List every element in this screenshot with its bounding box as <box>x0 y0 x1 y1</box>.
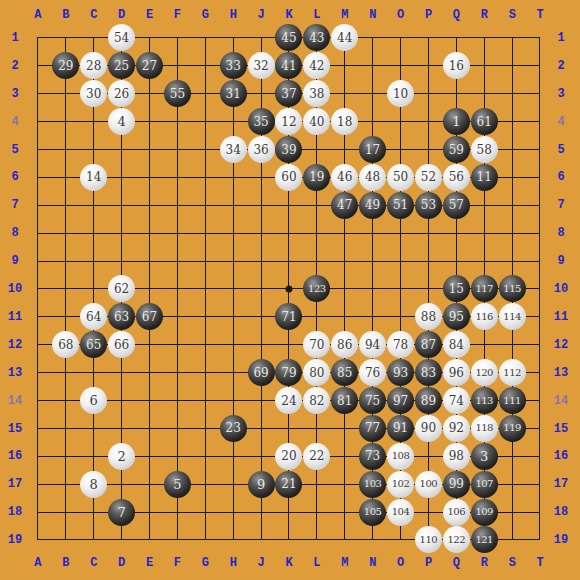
intersection-M6[interactable]: 46 <box>331 163 359 191</box>
intersection-R19[interactable]: 121 <box>470 526 498 554</box>
intersection-T5[interactable] <box>526 136 554 164</box>
intersection-E13[interactable] <box>136 359 164 387</box>
intersection-D9[interactable] <box>108 247 136 275</box>
intersection-M18[interactable] <box>331 498 359 526</box>
intersection-M4[interactable]: 18 <box>331 108 359 136</box>
intersection-P17[interactable]: 100 <box>414 470 442 498</box>
intersection-F3[interactable]: 55 <box>163 80 191 108</box>
intersection-J6[interactable] <box>247 163 275 191</box>
intersection-R15[interactable]: 118 <box>470 414 498 442</box>
intersection-R13[interactable]: 120 <box>470 359 498 387</box>
intersection-K6[interactable]: 60 <box>275 163 303 191</box>
intersection-L16[interactable]: 22 <box>303 442 331 470</box>
intersection-C12[interactable]: 65 <box>80 331 108 359</box>
intersection-S1[interactable] <box>498 24 526 52</box>
intersection-P9[interactable] <box>414 247 442 275</box>
intersection-O4[interactable] <box>387 108 415 136</box>
intersection-P13[interactable]: 83 <box>414 359 442 387</box>
intersection-P6[interactable]: 52 <box>414 163 442 191</box>
intersection-K12[interactable] <box>275 331 303 359</box>
intersection-M16[interactable] <box>331 442 359 470</box>
intersection-E5[interactable] <box>136 136 164 164</box>
intersection-B7[interactable] <box>52 191 80 219</box>
intersection-T2[interactable] <box>526 52 554 80</box>
intersection-C19[interactable] <box>80 526 108 554</box>
intersection-D19[interactable] <box>108 526 136 554</box>
intersection-S19[interactable] <box>498 526 526 554</box>
intersection-F9[interactable] <box>163 247 191 275</box>
intersection-K9[interactable] <box>275 247 303 275</box>
intersection-N2[interactable] <box>359 52 387 80</box>
intersection-K10[interactable] <box>275 275 303 303</box>
intersection-B5[interactable] <box>52 136 80 164</box>
intersection-C1[interactable] <box>80 24 108 52</box>
intersection-M13[interactable]: 85 <box>331 359 359 387</box>
intersection-T18[interactable] <box>526 498 554 526</box>
intersection-C17[interactable]: 8 <box>80 470 108 498</box>
intersection-S16[interactable] <box>498 442 526 470</box>
intersection-K7[interactable] <box>275 191 303 219</box>
intersection-Q12[interactable]: 84 <box>442 331 470 359</box>
intersection-J11[interactable] <box>247 303 275 331</box>
intersection-Q7[interactable]: 57 <box>442 191 470 219</box>
intersection-H10[interactable] <box>219 275 247 303</box>
intersection-N3[interactable] <box>359 80 387 108</box>
intersection-A11[interactable] <box>24 303 52 331</box>
intersection-L4[interactable]: 40 <box>303 108 331 136</box>
intersection-H8[interactable] <box>219 219 247 247</box>
intersection-B14[interactable] <box>52 387 80 415</box>
intersection-O13[interactable]: 93 <box>387 359 415 387</box>
intersection-G9[interactable] <box>191 247 219 275</box>
intersection-E12[interactable] <box>136 331 164 359</box>
intersection-Q14[interactable]: 74 <box>442 387 470 415</box>
intersection-H1[interactable] <box>219 24 247 52</box>
intersection-L9[interactable] <box>303 247 331 275</box>
intersection-H13[interactable] <box>219 359 247 387</box>
intersection-A10[interactable] <box>24 275 52 303</box>
intersection-S2[interactable] <box>498 52 526 80</box>
intersection-F17[interactable]: 5 <box>163 470 191 498</box>
intersection-S15[interactable]: 119 <box>498 414 526 442</box>
intersection-L2[interactable]: 42 <box>303 52 331 80</box>
intersection-J8[interactable] <box>247 219 275 247</box>
intersection-G3[interactable] <box>191 80 219 108</box>
intersection-G6[interactable] <box>191 163 219 191</box>
intersection-E6[interactable] <box>136 163 164 191</box>
intersection-T17[interactable] <box>526 470 554 498</box>
intersection-B8[interactable] <box>52 219 80 247</box>
intersection-J4[interactable]: 35 <box>247 108 275 136</box>
intersection-K15[interactable] <box>275 414 303 442</box>
intersection-Q19[interactable]: 122 <box>442 526 470 554</box>
intersection-Q2[interactable]: 16 <box>442 52 470 80</box>
intersection-P7[interactable]: 53 <box>414 191 442 219</box>
intersection-R2[interactable] <box>470 52 498 80</box>
intersection-L11[interactable] <box>303 303 331 331</box>
intersection-F15[interactable] <box>163 414 191 442</box>
intersection-Q17[interactable]: 99 <box>442 470 470 498</box>
intersection-P11[interactable]: 88 <box>414 303 442 331</box>
intersection-B15[interactable] <box>52 414 80 442</box>
intersection-H2[interactable]: 33 <box>219 52 247 80</box>
intersection-A19[interactable] <box>24 526 52 554</box>
intersection-R6[interactable]: 11 <box>470 163 498 191</box>
intersection-M9[interactable] <box>331 247 359 275</box>
intersection-E14[interactable] <box>136 387 164 415</box>
intersection-K4[interactable]: 12 <box>275 108 303 136</box>
intersection-C4[interactable] <box>80 108 108 136</box>
intersection-T4[interactable] <box>526 108 554 136</box>
intersection-H11[interactable] <box>219 303 247 331</box>
intersection-A5[interactable] <box>24 136 52 164</box>
intersection-O5[interactable] <box>387 136 415 164</box>
intersection-Q18[interactable]: 106 <box>442 498 470 526</box>
intersection-C16[interactable] <box>80 442 108 470</box>
intersection-L19[interactable] <box>303 526 331 554</box>
intersection-M15[interactable] <box>331 414 359 442</box>
intersection-P2[interactable] <box>414 52 442 80</box>
intersection-N12[interactable]: 94 <box>359 331 387 359</box>
intersection-R18[interactable]: 109 <box>470 498 498 526</box>
intersection-T15[interactable] <box>526 414 554 442</box>
intersection-F10[interactable] <box>163 275 191 303</box>
intersection-M5[interactable] <box>331 136 359 164</box>
intersection-K8[interactable] <box>275 219 303 247</box>
intersection-K2[interactable]: 41 <box>275 52 303 80</box>
intersection-G11[interactable] <box>191 303 219 331</box>
intersection-L15[interactable] <box>303 414 331 442</box>
intersection-R5[interactable]: 58 <box>470 136 498 164</box>
intersection-G10[interactable] <box>191 275 219 303</box>
intersection-K19[interactable] <box>275 526 303 554</box>
intersection-P4[interactable] <box>414 108 442 136</box>
intersection-E1[interactable] <box>136 24 164 52</box>
intersection-B2[interactable]: 29 <box>52 52 80 80</box>
intersection-G14[interactable] <box>191 387 219 415</box>
intersection-E17[interactable] <box>136 470 164 498</box>
intersection-L18[interactable] <box>303 498 331 526</box>
intersection-P8[interactable] <box>414 219 442 247</box>
intersection-G8[interactable] <box>191 219 219 247</box>
intersection-T13[interactable] <box>526 359 554 387</box>
intersection-H14[interactable] <box>219 387 247 415</box>
intersection-C18[interactable] <box>80 498 108 526</box>
intersection-K1[interactable]: 45 <box>275 24 303 52</box>
intersection-N10[interactable] <box>359 275 387 303</box>
intersection-Q9[interactable] <box>442 247 470 275</box>
intersection-T10[interactable] <box>526 275 554 303</box>
intersection-G4[interactable] <box>191 108 219 136</box>
intersection-E7[interactable] <box>136 191 164 219</box>
intersection-G5[interactable] <box>191 136 219 164</box>
intersection-M10[interactable] <box>331 275 359 303</box>
intersection-B19[interactable] <box>52 526 80 554</box>
intersection-M3[interactable] <box>331 80 359 108</box>
intersection-S18[interactable] <box>498 498 526 526</box>
intersection-A8[interactable] <box>24 219 52 247</box>
intersection-T8[interactable] <box>526 219 554 247</box>
intersection-C3[interactable]: 30 <box>80 80 108 108</box>
intersection-P14[interactable]: 89 <box>414 387 442 415</box>
intersection-P19[interactable]: 110 <box>414 526 442 554</box>
intersection-H7[interactable] <box>219 191 247 219</box>
intersection-T9[interactable] <box>526 247 554 275</box>
intersection-E19[interactable] <box>136 526 164 554</box>
intersection-F7[interactable] <box>163 191 191 219</box>
intersection-D11[interactable]: 63 <box>108 303 136 331</box>
intersection-R8[interactable] <box>470 219 498 247</box>
intersection-D2[interactable]: 25 <box>108 52 136 80</box>
intersection-D17[interactable] <box>108 470 136 498</box>
intersection-F6[interactable] <box>163 163 191 191</box>
intersection-G18[interactable] <box>191 498 219 526</box>
intersection-K18[interactable] <box>275 498 303 526</box>
intersection-M8[interactable] <box>331 219 359 247</box>
intersection-O17[interactable]: 102 <box>387 470 415 498</box>
intersection-N14[interactable]: 75 <box>359 387 387 415</box>
intersection-L1[interactable]: 43 <box>303 24 331 52</box>
intersection-L8[interactable] <box>303 219 331 247</box>
intersection-B6[interactable] <box>52 163 80 191</box>
intersection-E15[interactable] <box>136 414 164 442</box>
intersection-D3[interactable]: 26 <box>108 80 136 108</box>
intersection-J9[interactable] <box>247 247 275 275</box>
intersection-F14[interactable] <box>163 387 191 415</box>
intersection-F1[interactable] <box>163 24 191 52</box>
intersection-A16[interactable] <box>24 442 52 470</box>
intersection-O19[interactable] <box>387 526 415 554</box>
intersection-Q13[interactable]: 96 <box>442 359 470 387</box>
intersection-H9[interactable] <box>219 247 247 275</box>
intersection-A9[interactable] <box>24 247 52 275</box>
intersection-C2[interactable]: 28 <box>80 52 108 80</box>
intersection-R7[interactable] <box>470 191 498 219</box>
intersection-T12[interactable] <box>526 331 554 359</box>
intersection-D5[interactable] <box>108 136 136 164</box>
intersection-C10[interactable] <box>80 275 108 303</box>
intersection-T6[interactable] <box>526 163 554 191</box>
intersection-H3[interactable]: 31 <box>219 80 247 108</box>
intersection-S6[interactable] <box>498 163 526 191</box>
intersection-B9[interactable] <box>52 247 80 275</box>
intersection-A7[interactable] <box>24 191 52 219</box>
intersection-S8[interactable] <box>498 219 526 247</box>
intersection-G17[interactable] <box>191 470 219 498</box>
intersection-F4[interactable] <box>163 108 191 136</box>
intersection-P10[interactable] <box>414 275 442 303</box>
intersection-S13[interactable]: 112 <box>498 359 526 387</box>
intersection-L17[interactable] <box>303 470 331 498</box>
intersection-F8[interactable] <box>163 219 191 247</box>
intersection-K11[interactable]: 71 <box>275 303 303 331</box>
intersection-E8[interactable] <box>136 219 164 247</box>
intersection-J10[interactable] <box>247 275 275 303</box>
intersection-S9[interactable] <box>498 247 526 275</box>
intersection-E10[interactable] <box>136 275 164 303</box>
intersection-R9[interactable] <box>470 247 498 275</box>
intersection-A4[interactable] <box>24 108 52 136</box>
intersection-N15[interactable]: 77 <box>359 414 387 442</box>
intersection-O10[interactable] <box>387 275 415 303</box>
intersection-J13[interactable]: 69 <box>247 359 275 387</box>
intersection-N8[interactable] <box>359 219 387 247</box>
intersection-M19[interactable] <box>331 526 359 554</box>
intersection-J14[interactable] <box>247 387 275 415</box>
intersection-P16[interactable] <box>414 442 442 470</box>
intersection-H12[interactable] <box>219 331 247 359</box>
intersection-H6[interactable] <box>219 163 247 191</box>
intersection-L13[interactable]: 80 <box>303 359 331 387</box>
intersection-C8[interactable] <box>80 219 108 247</box>
intersection-K17[interactable]: 21 <box>275 470 303 498</box>
intersection-P3[interactable] <box>414 80 442 108</box>
intersection-K14[interactable]: 24 <box>275 387 303 415</box>
intersection-Q10[interactable]: 15 <box>442 275 470 303</box>
intersection-D12[interactable]: 66 <box>108 331 136 359</box>
intersection-B11[interactable] <box>52 303 80 331</box>
intersection-N16[interactable]: 73 <box>359 442 387 470</box>
intersection-L14[interactable]: 82 <box>303 387 331 415</box>
intersection-M7[interactable]: 47 <box>331 191 359 219</box>
intersection-P12[interactable]: 87 <box>414 331 442 359</box>
intersection-J19[interactable] <box>247 526 275 554</box>
intersection-C9[interactable] <box>80 247 108 275</box>
intersection-E3[interactable] <box>136 80 164 108</box>
intersection-F11[interactable] <box>163 303 191 331</box>
intersection-H4[interactable] <box>219 108 247 136</box>
intersection-H5[interactable]: 34 <box>219 136 247 164</box>
intersection-G12[interactable] <box>191 331 219 359</box>
intersection-D13[interactable] <box>108 359 136 387</box>
intersection-L6[interactable]: 19 <box>303 163 331 191</box>
intersection-T7[interactable] <box>526 191 554 219</box>
intersection-B18[interactable] <box>52 498 80 526</box>
intersection-G2[interactable] <box>191 52 219 80</box>
intersection-L12[interactable]: 70 <box>303 331 331 359</box>
intersection-N7[interactable]: 49 <box>359 191 387 219</box>
intersection-A3[interactable] <box>24 80 52 108</box>
intersection-R4[interactable]: 61 <box>470 108 498 136</box>
intersection-H16[interactable] <box>219 442 247 470</box>
intersection-C11[interactable]: 64 <box>80 303 108 331</box>
intersection-T14[interactable] <box>526 387 554 415</box>
intersection-N13[interactable]: 76 <box>359 359 387 387</box>
intersection-K13[interactable]: 79 <box>275 359 303 387</box>
intersection-O15[interactable]: 91 <box>387 414 415 442</box>
intersection-Q3[interactable] <box>442 80 470 108</box>
intersection-K5[interactable]: 39 <box>275 136 303 164</box>
intersection-R14[interactable]: 113 <box>470 387 498 415</box>
intersection-L10[interactable]: 123 <box>303 275 331 303</box>
intersection-B4[interactable] <box>52 108 80 136</box>
intersection-E2[interactable]: 27 <box>136 52 164 80</box>
intersection-H17[interactable] <box>219 470 247 498</box>
intersection-Q15[interactable]: 92 <box>442 414 470 442</box>
intersection-C14[interactable]: 6 <box>80 387 108 415</box>
intersection-T3[interactable] <box>526 80 554 108</box>
intersection-L7[interactable] <box>303 191 331 219</box>
go-board-grid[interactable]: 5445434429282527333241421630265531373810… <box>24 24 554 554</box>
intersection-S14[interactable]: 111 <box>498 387 526 415</box>
intersection-J5[interactable]: 36 <box>247 136 275 164</box>
intersection-J7[interactable] <box>247 191 275 219</box>
intersection-B13[interactable] <box>52 359 80 387</box>
intersection-F18[interactable] <box>163 498 191 526</box>
intersection-C7[interactable] <box>80 191 108 219</box>
intersection-P1[interactable] <box>414 24 442 52</box>
intersection-F12[interactable] <box>163 331 191 359</box>
intersection-K16[interactable]: 20 <box>275 442 303 470</box>
intersection-B17[interactable] <box>52 470 80 498</box>
intersection-O14[interactable]: 97 <box>387 387 415 415</box>
intersection-S11[interactable]: 114 <box>498 303 526 331</box>
intersection-B3[interactable] <box>52 80 80 108</box>
intersection-J15[interactable] <box>247 414 275 442</box>
intersection-T11[interactable] <box>526 303 554 331</box>
intersection-G15[interactable] <box>191 414 219 442</box>
intersection-A18[interactable] <box>24 498 52 526</box>
intersection-R11[interactable]: 116 <box>470 303 498 331</box>
intersection-D15[interactable] <box>108 414 136 442</box>
intersection-F16[interactable] <box>163 442 191 470</box>
intersection-R16[interactable]: 3 <box>470 442 498 470</box>
intersection-B12[interactable]: 68 <box>52 331 80 359</box>
intersection-J3[interactable] <box>247 80 275 108</box>
intersection-E11[interactable]: 67 <box>136 303 164 331</box>
intersection-B1[interactable] <box>52 24 80 52</box>
intersection-R10[interactable]: 117 <box>470 275 498 303</box>
intersection-C13[interactable] <box>80 359 108 387</box>
intersection-K3[interactable]: 37 <box>275 80 303 108</box>
intersection-B10[interactable] <box>52 275 80 303</box>
intersection-N11[interactable] <box>359 303 387 331</box>
intersection-O7[interactable]: 51 <box>387 191 415 219</box>
intersection-M2[interactable] <box>331 52 359 80</box>
intersection-J18[interactable] <box>247 498 275 526</box>
intersection-E4[interactable] <box>136 108 164 136</box>
intersection-S5[interactable] <box>498 136 526 164</box>
intersection-O18[interactable]: 104 <box>387 498 415 526</box>
intersection-F19[interactable] <box>163 526 191 554</box>
intersection-N17[interactable]: 103 <box>359 470 387 498</box>
intersection-D6[interactable] <box>108 163 136 191</box>
intersection-R17[interactable]: 107 <box>470 470 498 498</box>
intersection-Q4[interactable]: 1 <box>442 108 470 136</box>
intersection-T1[interactable] <box>526 24 554 52</box>
intersection-Q16[interactable]: 98 <box>442 442 470 470</box>
intersection-N19[interactable] <box>359 526 387 554</box>
intersection-R12[interactable] <box>470 331 498 359</box>
intersection-A6[interactable] <box>24 163 52 191</box>
intersection-D10[interactable]: 62 <box>108 275 136 303</box>
intersection-Q11[interactable]: 95 <box>442 303 470 331</box>
intersection-O1[interactable] <box>387 24 415 52</box>
intersection-Q5[interactable]: 59 <box>442 136 470 164</box>
intersection-S10[interactable]: 115 <box>498 275 526 303</box>
intersection-N1[interactable] <box>359 24 387 52</box>
intersection-N4[interactable] <box>359 108 387 136</box>
intersection-O8[interactable] <box>387 219 415 247</box>
intersection-M17[interactable] <box>331 470 359 498</box>
intersection-Q6[interactable]: 56 <box>442 163 470 191</box>
intersection-A17[interactable] <box>24 470 52 498</box>
intersection-S3[interactable] <box>498 80 526 108</box>
intersection-J12[interactable] <box>247 331 275 359</box>
intersection-P18[interactable] <box>414 498 442 526</box>
intersection-N6[interactable]: 48 <box>359 163 387 191</box>
intersection-F5[interactable] <box>163 136 191 164</box>
